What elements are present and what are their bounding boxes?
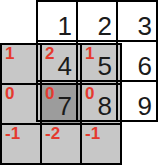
overlay-cell-r0c2 (117, 1, 157, 41)
overlay-cell-r2c2 (117, 81, 157, 121)
kernel-weight: -2 (45, 125, 60, 144)
image-value: 7 (58, 93, 72, 119)
image-value: 5 (98, 53, 112, 79)
overlay-cell-r2c0: 7 (37, 81, 77, 121)
overlay-cell-r1c1: 5 (77, 41, 117, 81)
kernel-cell-r2c0: -1 (1, 124, 41, 164)
overlay-cell-r0c1 (77, 1, 117, 41)
image-value: 8 (98, 93, 112, 119)
kernel-weight: 1 (5, 45, 14, 64)
kernel-weight: 0 (5, 85, 14, 104)
convolution-diagram: 1 2 3 6 9 1 2 1 0 0 0 -1 -2 -1 4 5 7 8 (0, 0, 159, 167)
overlay-cell-r1c2 (117, 41, 157, 81)
kernel-cell-r1c0: 0 (1, 84, 41, 124)
overlay-cell-r2c1: 8 (77, 81, 117, 121)
kernel-cell-r0c0: 1 (1, 44, 41, 84)
kernel-weight: -1 (5, 125, 20, 144)
image-gridlines-overlay: 4 5 7 8 (36, 0, 158, 122)
kernel-cell-r2c2: -1 (81, 124, 121, 164)
kernel-weight: -1 (85, 125, 100, 144)
overlay-cell-r0c0 (37, 1, 77, 41)
image-value: 4 (58, 53, 72, 79)
kernel-cell-r2c1: -2 (41, 124, 81, 164)
overlay-cell-r1c0: 4 (37, 41, 77, 81)
